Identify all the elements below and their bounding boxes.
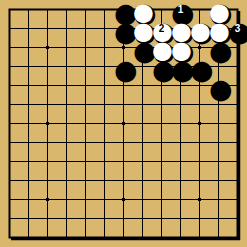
white-stone-glyph: ● xyxy=(190,19,209,41)
black-stone-glyph: ● xyxy=(190,57,209,79)
black-stone: ● xyxy=(133,38,152,57)
white-stone: ●● xyxy=(209,19,228,38)
move-number-label: 2 xyxy=(152,19,171,38)
white-stone: ●● xyxy=(133,0,152,19)
white-stone: ●● xyxy=(209,0,228,19)
white-stone: ●●2 xyxy=(152,19,171,38)
white-stone: ●● xyxy=(133,19,152,38)
black-stone-glyph: ● xyxy=(114,19,133,41)
white-stone: ●● xyxy=(171,38,190,57)
black-stone: ● xyxy=(114,0,133,19)
black-stone-glyph: ● xyxy=(152,57,171,79)
white-stone-outline-glyph: ● xyxy=(190,19,209,41)
black-stone: ● xyxy=(209,38,228,57)
black-stone: ● xyxy=(190,57,209,76)
black-stone: ● xyxy=(171,57,190,76)
go-board-diagram: ●●●●1●●●●●●●2●●●●●●●3●●●●●●●●●●● xyxy=(0,0,247,247)
white-stone: ●● xyxy=(152,38,171,57)
black-stone-glyph: ● xyxy=(133,38,152,60)
black-stone: ● xyxy=(152,57,171,76)
black-stone: ●3 xyxy=(228,19,247,38)
move-number-label: 3 xyxy=(228,19,247,38)
black-stone: ●1 xyxy=(171,0,190,19)
black-stone-glyph: ● xyxy=(114,57,133,79)
white-stone: ●● xyxy=(171,19,190,38)
white-stone: ●● xyxy=(190,19,209,38)
move-number-label: 1 xyxy=(171,0,190,19)
black-stone-glyph: ● xyxy=(209,76,228,98)
black-stone: ● xyxy=(209,76,228,95)
black-stone-glyph: ● xyxy=(209,38,228,60)
black-stone: ● xyxy=(114,19,133,38)
black-stone: ● xyxy=(114,57,133,76)
black-stone-glyph: ● xyxy=(171,57,190,79)
